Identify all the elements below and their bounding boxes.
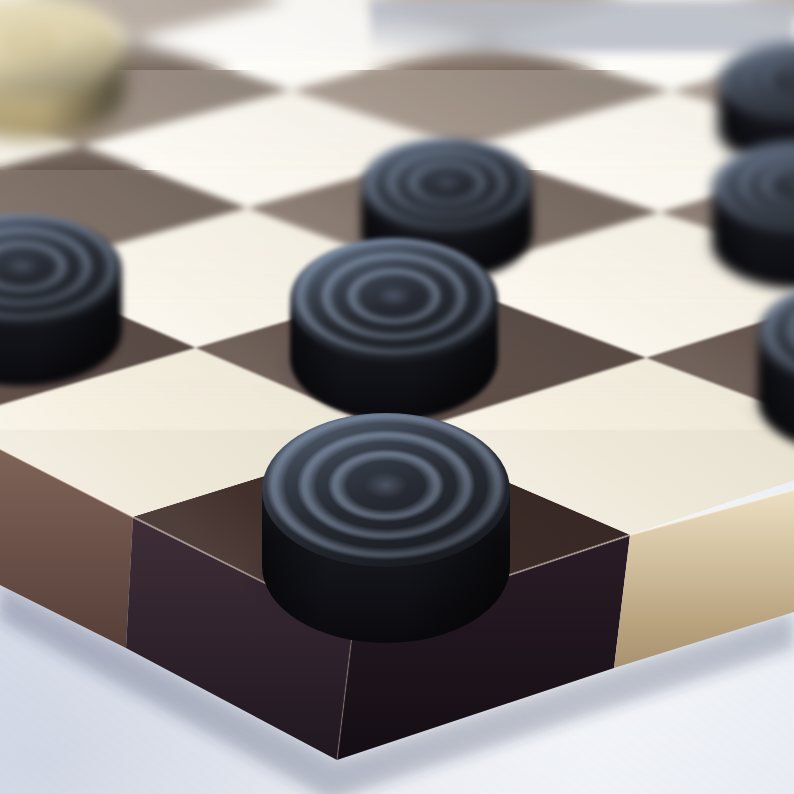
checker-piece-dark [248,399,524,657]
piece-top-face [290,238,498,362]
checker-piece-dark [734,255,794,479]
checker-piece-light [0,0,157,172]
checker-piece-dark [0,194,142,406]
checker-pieces-layer [0,0,794,794]
piece-top-face [262,413,510,567]
photo-scene: Close-up perspective photograph of a woo… [0,0,794,794]
